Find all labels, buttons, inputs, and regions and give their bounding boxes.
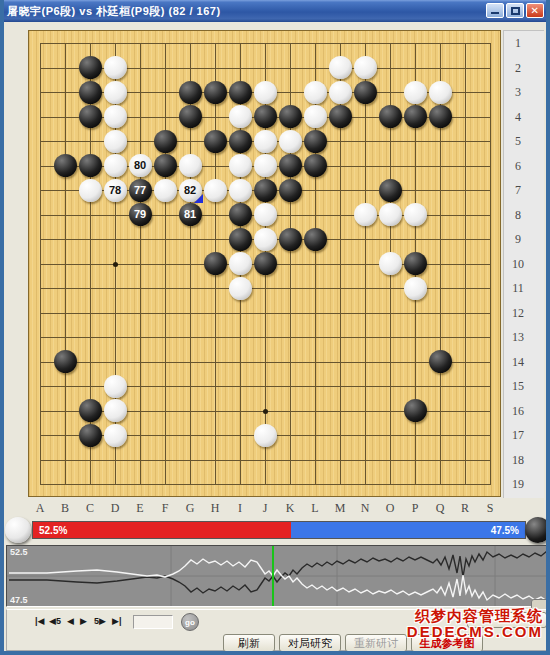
stone-D17 [104,424,127,447]
col-label-G: G [182,501,198,516]
stone-L4 [304,105,327,128]
col-label-Q: Q [432,501,448,516]
row-label-8: 8 [504,208,532,223]
grid-line-h [40,484,491,485]
nav-back-button[interactable]: ◀ [67,616,74,626]
stone-C2 [79,56,102,79]
stone-B14 [54,350,77,373]
stone-I5 [229,130,252,153]
stone-J10 [254,252,277,275]
col-label-F: F [157,501,173,516]
stone-K6 [279,154,302,177]
stone-H5 [204,130,227,153]
nav-first-button[interactable]: |◀ [35,616,44,626]
go-board[interactable]: 807877827981 [28,30,501,497]
action-button-2[interactable]: 对局研究 [279,634,341,652]
stone-F6 [154,154,177,177]
stone-L9 [304,228,327,251]
stone-J17 [254,424,277,447]
row-number-strip: 12345678910111213141516171819 [503,30,544,498]
stone-G3 [179,81,202,104]
stone-I8 [229,203,252,226]
stone-D15 [104,375,127,398]
app-window: 屠晓宇(P6段) vs 朴廷桓(P9段) (82 / 167) ✕ 807877… [0,0,550,655]
star-point [263,409,268,414]
watermark-line1: 织梦内容管理系统 [407,608,543,624]
stone-P11 [404,277,427,300]
stone-E6: 80 [129,154,152,177]
stone-J9 [254,228,277,251]
grid-line-h [40,313,491,314]
grid-line-v [490,43,491,485]
stone-L3 [304,81,327,104]
col-label-C: C [82,501,98,516]
graph-top-label: 52.5 [10,547,28,557]
grid-line-v [465,43,466,485]
stone-I4 [229,105,252,128]
stone-D3 [104,81,127,104]
stone-J7 [254,179,277,202]
stone-I9 [229,228,252,251]
stone-D2 [104,56,127,79]
maximize-button[interactable] [506,3,524,18]
title-bar: 屠晓宇(P6段) vs 朴廷桓(P9段) (82 / 167) ✕ [0,0,550,22]
row-label-12: 12 [504,306,532,321]
stone-O7 [379,179,402,202]
move-number-input[interactable] [133,615,173,629]
row-label-13: 13 [504,330,532,345]
go-button[interactable]: go [181,613,199,631]
stone-K5 [279,130,302,153]
stone-P16 [404,399,427,422]
last-move-marker [194,194,203,203]
stone-P3 [404,81,427,104]
col-label-M: M [332,501,348,516]
stone-D6 [104,154,127,177]
stone-G6 [179,154,202,177]
row-label-17: 17 [504,428,532,443]
stone-E8: 79 [129,203,152,226]
stone-L5 [304,130,327,153]
row-label-14: 14 [504,355,532,370]
row-label-7: 7 [504,183,532,198]
col-label-B: B [57,501,73,516]
stone-N8 [354,203,377,226]
stone-I3 [229,81,252,104]
stone-M2 [329,56,352,79]
col-label-L: L [307,501,323,516]
row-label-6: 6 [504,159,532,174]
stone-K4 [279,105,302,128]
stone-J8 [254,203,277,226]
dedecms-watermark: 织梦内容管理系统 DEDECMS.COM [407,608,543,640]
nav-back5-button[interactable]: ◀5 [49,616,61,626]
row-label-11: 11 [504,281,532,296]
grid-line-v [365,43,366,485]
nav-last-button[interactable]: ▶| [112,616,121,626]
row-label-19: 19 [504,477,532,492]
stone-J3 [254,81,277,104]
stone-M3 [329,81,352,104]
row-label-16: 16 [504,404,532,419]
col-label-O: O [382,501,398,516]
stone-J5 [254,130,277,153]
winrate-bar: 52.5% 47.5% [32,521,526,539]
stone-F7 [154,179,177,202]
stone-O8 [379,203,402,226]
stone-H7 [204,179,227,202]
action-button-1[interactable]: 刷新 [223,634,275,652]
graph-bottom-label: 47.5 [10,595,28,605]
stone-C7 [79,179,102,202]
star-point [113,262,118,267]
row-label-10: 10 [504,257,532,272]
grid-line-h [40,337,491,338]
black-stone-icon [525,517,550,543]
col-label-H: H [207,501,223,516]
col-label-K: K [282,501,298,516]
stone-P10 [404,252,427,275]
stone-B6 [54,154,77,177]
stone-F5 [154,130,177,153]
col-label-R: R [457,501,473,516]
winrate-bar-row: 52.5% 47.5% [4,515,546,545]
minimize-button[interactable] [486,3,504,18]
row-label-9: 9 [504,232,532,247]
col-label-P: P [407,501,423,516]
black-winrate-label: 47.5% [491,525,519,536]
stone-P8 [404,203,427,226]
stone-P4 [404,105,427,128]
stone-C17 [79,424,102,447]
stone-K9 [279,228,302,251]
row-label-5: 5 [504,134,532,149]
stone-G4 [179,105,202,128]
stone-D7: 78 [104,179,127,202]
row-label-2: 2 [504,61,532,76]
nav-forward5-button[interactable]: 5▶ [94,616,106,626]
stone-K7 [279,179,302,202]
stone-C16 [79,399,102,422]
stone-L6 [304,154,327,177]
stone-H3 [204,81,227,104]
stone-G8: 81 [179,203,202,226]
white-winrate-label: 52.5% [39,525,67,536]
row-label-1: 1 [504,36,532,51]
stone-N3 [354,81,377,104]
stone-C3 [79,81,102,104]
action-button-3: 重新研讨 [345,634,407,652]
col-label-E: E [132,501,148,516]
stone-Q14 [429,350,452,373]
col-label-S: S [482,501,498,516]
stone-N2 [354,56,377,79]
stone-D16 [104,399,127,422]
col-label-I: I [232,501,248,516]
stone-D4 [104,105,127,128]
row-label-15: 15 [504,379,532,394]
grid-line-h [40,460,491,461]
stone-E7: 77 [129,179,152,202]
stone-I10 [229,252,252,275]
stone-Q4 [429,105,452,128]
stone-I11 [229,277,252,300]
stone-J6 [254,154,277,177]
watermark-line2: DEDECMS.COM [407,624,543,640]
stone-Q3 [429,81,452,104]
grid-line-h [40,362,491,363]
stone-C6 [79,154,102,177]
window-title: 屠晓宇(P6段) vs 朴廷桓(P9段) (82 / 167) [7,5,221,17]
winrate-graph[interactable]: 52.5 47.5 [6,545,550,607]
stone-M4 [329,105,352,128]
stone-I7 [229,179,252,202]
row-label-3: 3 [504,85,532,100]
nav-forward-button[interactable]: ▶ [80,616,87,626]
white-winrate-fill [33,522,291,538]
stone-J4 [254,105,277,128]
white-stone-icon [5,517,31,543]
stone-I6 [229,154,252,177]
col-label-N: N [357,501,373,516]
col-label-J: J [257,501,273,516]
stone-C4 [79,105,102,128]
row-label-18: 18 [504,453,532,468]
col-label-A: A [32,501,48,516]
stone-H10 [204,252,227,275]
row-label-4: 4 [504,110,532,125]
stone-D5 [104,130,127,153]
stone-O10 [379,252,402,275]
close-button[interactable]: ✕ [526,3,544,18]
col-label-D: D [107,501,123,516]
winrate-graph-canvas [7,546,550,606]
stone-O4 [379,105,402,128]
